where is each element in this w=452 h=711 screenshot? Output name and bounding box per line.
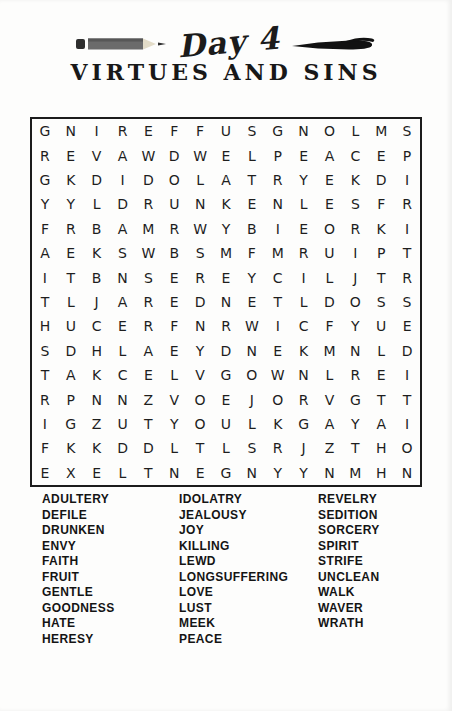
grid-cell[interactable]: K (265, 412, 291, 436)
grid-cell[interactable]: R (58, 217, 84, 241)
grid-cell[interactable]: N (394, 461, 420, 485)
word-item: HATE (42, 616, 115, 632)
grid-cell[interactable]: A (135, 339, 161, 363)
grid-cell[interactable]: P (368, 241, 394, 265)
grid-cell[interactable]: Y (342, 412, 368, 436)
grid-cell[interactable]: I (32, 412, 58, 436)
grid-cell[interactable]: F (161, 314, 187, 338)
grid-cell[interactable]: C (110, 363, 136, 387)
grid-cell[interactable]: D (368, 168, 394, 192)
grid-cell[interactable]: R (265, 168, 291, 192)
grid-cell[interactable]: P (394, 143, 420, 167)
grid-cell[interactable]: E (110, 314, 136, 338)
grid-cell[interactable]: F (239, 241, 265, 265)
grid-cell[interactable]: I (265, 217, 291, 241)
word-item: SEDITION (318, 508, 380, 524)
grid-cell[interactable]: J (239, 387, 265, 411)
word-item: LUST (179, 601, 288, 617)
word-item: MEEK (179, 616, 288, 632)
grid-cell[interactable]: Z (84, 412, 110, 436)
word-item: SORCERY (318, 523, 380, 539)
grid-cell[interactable]: N (84, 387, 110, 411)
grid-cell[interactable]: U (161, 192, 187, 216)
grid-cell[interactable]: I (394, 412, 420, 436)
grid-cell[interactable]: L (84, 192, 110, 216)
grid-cell[interactable]: R (213, 314, 239, 338)
grid-cell[interactable]: G (32, 168, 58, 192)
word-item: WALK (318, 585, 380, 601)
grid-cell[interactable]: L (342, 119, 368, 143)
grid-cell[interactable]: E (291, 143, 317, 167)
grid-cell[interactable]: R (32, 143, 58, 167)
grid-cell[interactable]: H (32, 314, 58, 338)
grid-cell[interactable]: S (187, 241, 213, 265)
grid-cell[interactable]: S (135, 265, 161, 289)
grid-cell[interactable]: N (239, 461, 265, 485)
grid-cell[interactable]: K (342, 168, 368, 192)
grid-cell[interactable]: Y (342, 314, 368, 338)
grid-cell[interactable]: T (368, 265, 394, 289)
grid-cell[interactable]: S (342, 192, 368, 216)
grid-cell[interactable]: R (135, 290, 161, 314)
grid-cell[interactable]: V (84, 143, 110, 167)
grid-cell[interactable]: M (265, 241, 291, 265)
grid-cell[interactable]: F (32, 436, 58, 460)
word-item: JOY (179, 523, 288, 539)
grid-cell[interactable]: M (135, 217, 161, 241)
grid-cell[interactable]: Y (291, 461, 317, 485)
grid-cell[interactable]: T (187, 436, 213, 460)
grid-cell[interactable]: G (342, 387, 368, 411)
grid-cell[interactable]: N (291, 119, 317, 143)
worksheet-page: Day 4 VIRTUES AND SINS GNIREFFUSGNOLMSRE… (0, 0, 452, 711)
grid-cell[interactable]: R (135, 192, 161, 216)
grid-cell[interactable]: L (317, 265, 343, 289)
grid-cell[interactable]: G (213, 363, 239, 387)
grid-cell[interactable]: E (317, 168, 343, 192)
grid-cell[interactable]: A (368, 412, 394, 436)
grid-cell[interactable]: E (239, 192, 265, 216)
grid-cell[interactable]: N (187, 192, 213, 216)
grid-cell[interactable]: E (58, 241, 84, 265)
grid-cell[interactable]: R (187, 265, 213, 289)
grid-cell[interactable]: B (239, 217, 265, 241)
word-item: KILLING (179, 539, 288, 555)
grid-cell[interactable]: D (58, 339, 84, 363)
grid-cell[interactable]: E (161, 339, 187, 363)
grid-cell[interactable]: K (291, 339, 317, 363)
grid-cell[interactable]: U (368, 314, 394, 338)
grid-cell[interactable]: I (265, 314, 291, 338)
word-item: PEACE (179, 632, 288, 648)
grid-cell[interactable]: A (110, 217, 136, 241)
grid-cell[interactable]: R (32, 387, 58, 411)
grid-cell[interactable]: J (84, 290, 110, 314)
word-item: FAITH (42, 554, 115, 570)
word-item: WAVER (318, 601, 380, 617)
grid-cell[interactable]: V (187, 363, 213, 387)
word-column: IDOLATRYJEALOUSYJOYKILLINGLEWDLONGSUFFER… (179, 492, 288, 647)
grid-cell[interactable]: I (110, 168, 136, 192)
grid-cell[interactable]: N (58, 119, 84, 143)
grid-cell[interactable]: D (187, 290, 213, 314)
grid-cell[interactable]: G (213, 461, 239, 485)
grid-cell[interactable]: N (110, 265, 136, 289)
grid-cell[interactable]: R (161, 217, 187, 241)
grid-cell[interactable]: L (239, 143, 265, 167)
grid-cell[interactable]: T (394, 241, 420, 265)
grid-cell[interactable]: A (317, 412, 343, 436)
grid-cell[interactable]: E (161, 290, 187, 314)
grid-cell[interactable]: M (317, 339, 343, 363)
grid-cell[interactable]: V (317, 387, 343, 411)
grid-cell[interactable]: P (265, 143, 291, 167)
word-item: DEFILE (42, 508, 115, 524)
grid-cell[interactable]: J (291, 436, 317, 460)
grid-cell[interactable]: Y (239, 265, 265, 289)
word-item: UNCLEAN (318, 570, 380, 586)
grid-cell[interactable]: D (110, 436, 136, 460)
grid-cell[interactable]: B (161, 241, 187, 265)
grid-cell[interactable]: K (213, 192, 239, 216)
grid-cell[interactable]: D (135, 436, 161, 460)
grid-cell[interactable]: O (187, 412, 213, 436)
word-item: HERESY (42, 632, 115, 648)
grid-cell[interactable]: Y (58, 192, 84, 216)
grid-cell[interactable]: W (187, 217, 213, 241)
grid-cell[interactable]: U (317, 241, 343, 265)
pencil-icon (76, 36, 166, 54)
word-item: LONGSUFFERING (179, 570, 288, 586)
grid-cell[interactable]: N (342, 339, 368, 363)
grid-cell[interactable]: A (32, 241, 58, 265)
grid-cell[interactable]: T (135, 412, 161, 436)
grid-cell[interactable]: L (239, 412, 265, 436)
grid-cell[interactable]: O (317, 217, 343, 241)
grid-cell[interactable]: D (394, 339, 420, 363)
grid-cell[interactable]: E (84, 461, 110, 485)
grid-cell[interactable]: N (161, 461, 187, 485)
grid-cell[interactable]: S (394, 290, 420, 314)
grid-cell[interactable]: D (317, 290, 343, 314)
grid-cell[interactable]: E (291, 217, 317, 241)
grid-cell[interactable]: S (239, 119, 265, 143)
grid-cell[interactable]: R (394, 192, 420, 216)
grid-cell[interactable]: E (32, 461, 58, 485)
grid-cell[interactable]: C (84, 314, 110, 338)
grid-cell[interactable]: N (239, 339, 265, 363)
grid-cell[interactable]: M (368, 119, 394, 143)
grid-cell[interactable]: E (213, 387, 239, 411)
grid-cell[interactable]: U (213, 412, 239, 436)
grid-cell[interactable]: K (58, 168, 84, 192)
word-item: REVELRY (318, 492, 380, 508)
grid-cell[interactable]: F (368, 192, 394, 216)
grid-cell[interactable]: L (317, 363, 343, 387)
grid-cell[interactable]: O (342, 290, 368, 314)
grid-cell[interactable]: W (265, 363, 291, 387)
grid-cell[interactable]: E (317, 192, 343, 216)
word-search-grid: GNIREFFUSGNOLMSREVAWDWELPEACEPGKDIDOLATR… (30, 117, 422, 487)
grid-cell[interactable]: E (394, 314, 420, 338)
grid-cell[interactable]: W (187, 143, 213, 167)
grid-cell[interactable]: K (84, 363, 110, 387)
grid-cell[interactable]: E (187, 461, 213, 485)
grid-cell[interactable]: I (394, 217, 420, 241)
grid-cell[interactable]: W (135, 143, 161, 167)
grid-cell[interactable]: N (110, 387, 136, 411)
grid-cell[interactable]: U (58, 314, 84, 338)
grid-cell[interactable]: B (84, 217, 110, 241)
grid-cell[interactable]: K (368, 217, 394, 241)
grid-cell[interactable]: A (317, 143, 343, 167)
word-item: GOODNESS (42, 601, 115, 617)
grid-cell[interactable]: A (110, 143, 136, 167)
grid-cell[interactable]: I (291, 265, 317, 289)
grid-cell[interactable]: L (161, 436, 187, 460)
grid-cell[interactable]: H (368, 461, 394, 485)
grid-cell[interactable]: S (32, 339, 58, 363)
grid-cell[interactable]: X (58, 461, 84, 485)
word-item: ADULTERY (42, 492, 115, 508)
grid-cell[interactable]: I (394, 363, 420, 387)
grid-cell[interactable]: E (265, 339, 291, 363)
grid-cell[interactable]: M (342, 461, 368, 485)
grid-cell[interactable]: F (32, 217, 58, 241)
grid-cell[interactable]: D (213, 339, 239, 363)
grid-cell[interactable]: N (291, 363, 317, 387)
grid-cell[interactable]: I (84, 119, 110, 143)
grid-cell[interactable]: W (135, 241, 161, 265)
grid-cell[interactable]: O (394, 436, 420, 460)
word-item: GENTLE (42, 585, 115, 601)
grid-cell[interactable]: K (84, 241, 110, 265)
grid-cell[interactable]: O (317, 119, 343, 143)
grid-cell[interactable]: S (110, 241, 136, 265)
word-item: WRATH (318, 616, 380, 632)
grid-cell[interactable]: R (291, 241, 317, 265)
grid-cell[interactable]: N (317, 461, 343, 485)
word-item: ENVY (42, 539, 115, 555)
grid-cell[interactable]: T (58, 265, 84, 289)
grid-cell[interactable]: Y (187, 339, 213, 363)
grid-cell[interactable]: L (110, 339, 136, 363)
word-item: STRIFE (318, 554, 380, 570)
grid-cell[interactable]: L (58, 290, 84, 314)
grid-cell[interactable]: T (342, 436, 368, 460)
grid-cell[interactable]: O (187, 387, 213, 411)
grid-cell[interactable]: C (291, 314, 317, 338)
grid-cell[interactable]: O (239, 363, 265, 387)
word-column: ADULTERYDEFILEDRUNKENENVYFAITHFRUITGENTL… (42, 492, 115, 647)
grid-cell[interactable]: G (58, 412, 84, 436)
grid-cell[interactable]: O (265, 387, 291, 411)
grid-cell[interactable]: R (110, 119, 136, 143)
grid-cell[interactable]: S (368, 290, 394, 314)
grid-cell[interactable]: L (213, 436, 239, 460)
grid-cell[interactable]: S (239, 436, 265, 460)
grid-cell[interactable]: L (110, 461, 136, 485)
grid-cell[interactable]: S (394, 119, 420, 143)
grid-cell[interactable]: D (135, 168, 161, 192)
grid-cell[interactable]: N (187, 314, 213, 338)
word-item: FRUIT (42, 570, 115, 586)
grid-cell[interactable]: K (58, 436, 84, 460)
grid-cell[interactable]: C (342, 143, 368, 167)
grid-cell[interactable]: T (368, 387, 394, 411)
grid-cell[interactable]: Z (135, 387, 161, 411)
grid-cell[interactable]: D (84, 168, 110, 192)
grid-cell[interactable]: E (368, 363, 394, 387)
pen-icon (292, 36, 376, 54)
grid-cell[interactable]: T (135, 461, 161, 485)
grid-cell[interactable]: E (368, 143, 394, 167)
grid-cell[interactable]: Y (32, 192, 58, 216)
grid-cell[interactable]: J (342, 265, 368, 289)
grid-cell[interactable]: G (265, 119, 291, 143)
grid-cell[interactable]: Z (317, 436, 343, 460)
grid-cell[interactable]: F (187, 119, 213, 143)
word-list: ADULTERYDEFILEDRUNKENENVYFAITHFRUITGENTL… (0, 492, 452, 692)
word-column: REVELRYSEDITIONSORCERYSPIRITSTRIFEUNCLEA… (318, 492, 380, 632)
word-item: SPIRIT (318, 539, 380, 555)
grid-cell[interactable]: A (213, 168, 239, 192)
grid-cell[interactable]: L (368, 339, 394, 363)
grid-cell[interactable]: I (394, 168, 420, 192)
grid-cell[interactable]: R (342, 363, 368, 387)
grid-cell[interactable]: Y (265, 461, 291, 485)
grid-cell[interactable]: D (161, 143, 187, 167)
grid-cell[interactable]: T (32, 290, 58, 314)
grid-cell[interactable]: Y (213, 217, 239, 241)
grid-cell[interactable]: W (239, 314, 265, 338)
grid-cell[interactable]: E (135, 119, 161, 143)
word-item: IDOLATRY (179, 492, 288, 508)
grid-cell[interactable]: V (161, 387, 187, 411)
grid-cell[interactable]: R (342, 217, 368, 241)
grid-cell[interactable]: M (213, 241, 239, 265)
grid-cell[interactable]: U (213, 119, 239, 143)
grid-cell[interactable]: T (32, 363, 58, 387)
grid-cell[interactable]: A (110, 290, 136, 314)
grid-cell[interactable]: H (84, 339, 110, 363)
grid-cell[interactable]: Y (291, 168, 317, 192)
grid-cell[interactable]: P (58, 387, 84, 411)
grid-cell[interactable]: G (32, 119, 58, 143)
grid-cell[interactable]: I (342, 241, 368, 265)
grid-cell[interactable]: B (84, 265, 110, 289)
page-title: VIRTUES AND SINS (0, 59, 452, 85)
grid-cell[interactable]: O (161, 168, 187, 192)
grid-cell[interactable]: D (110, 192, 136, 216)
grid-cell[interactable]: R (265, 436, 291, 460)
grid-cell[interactable]: E (213, 143, 239, 167)
grid-cell[interactable]: U (110, 412, 136, 436)
word-item: JEALOUSY (179, 508, 288, 524)
grid-cell[interactable]: L (291, 192, 317, 216)
grid-cell[interactable]: N (265, 192, 291, 216)
grid-cell[interactable]: I (32, 265, 58, 289)
grid-cell[interactable]: G (291, 412, 317, 436)
grid-cell[interactable]: F (161, 119, 187, 143)
grid-cell[interactable]: T (394, 387, 420, 411)
grid-cell[interactable]: R (291, 387, 317, 411)
grid-cell[interactable]: C (265, 265, 291, 289)
grid-cell[interactable]: Y (161, 412, 187, 436)
grid-cell[interactable]: T (239, 168, 265, 192)
grid-cell[interactable]: F (317, 314, 343, 338)
grid-cell[interactable]: H (368, 436, 394, 460)
grid-cell[interactable]: R (135, 314, 161, 338)
grid-cell[interactable]: N (213, 290, 239, 314)
grid-cell[interactable]: L (291, 290, 317, 314)
grid-cell[interactable]: K (84, 436, 110, 460)
grid-cell[interactable]: E (58, 143, 84, 167)
grid-cell[interactable]: R (394, 265, 420, 289)
word-item: LOVE (179, 585, 288, 601)
grid-cell[interactable]: E (213, 265, 239, 289)
grid-cell[interactable]: L (187, 168, 213, 192)
grid-cell[interactable]: E (239, 290, 265, 314)
grid-cell[interactable]: E (161, 265, 187, 289)
grid-cell[interactable]: L (161, 363, 187, 387)
word-item: LEWD (179, 554, 288, 570)
grid-cell[interactable]: A (58, 363, 84, 387)
grid-cell[interactable]: T (265, 290, 291, 314)
word-item: DRUNKEN (42, 523, 115, 539)
grid-cell[interactable]: E (135, 363, 161, 387)
